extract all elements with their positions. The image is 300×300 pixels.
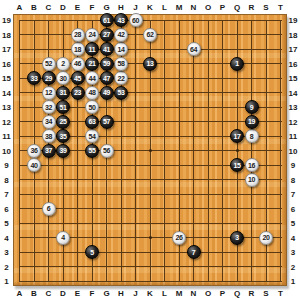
stone-white-h15: 22	[114, 71, 128, 85]
stone-black-g18: 27	[100, 28, 114, 42]
coord-label-left-6: 6	[4, 204, 8, 213]
stone-white-e17: 18	[71, 42, 85, 56]
grid-line-h-17	[20, 49, 282, 50]
stone-black-f3: 5	[85, 245, 99, 259]
coord-label-bottom-C: C	[46, 289, 52, 298]
coord-label-right-15: 15	[289, 74, 298, 83]
grid-line-h-1	[20, 281, 282, 282]
stone-black-f10: 55	[85, 144, 99, 158]
stone-black-g19: 61	[100, 13, 114, 27]
coord-label-top-C: C	[46, 2, 52, 11]
grid-line-v-A	[19, 20, 20, 282]
coord-label-right-17: 17	[289, 45, 298, 54]
stone-white-c13: 32	[42, 100, 56, 114]
stone-black-f17: 11	[85, 42, 99, 56]
coord-label-top-T: T	[278, 2, 283, 11]
stone-black-h19: 43	[114, 13, 128, 27]
go-board[interactable]: 1234567891011121314151617181920212223242…	[13, 14, 287, 286]
coord-label-bottom-T: T	[278, 289, 283, 298]
stone-white-k18: 62	[143, 28, 157, 42]
stone-white-s4: 20	[259, 231, 273, 245]
coord-label-left-12: 12	[2, 117, 11, 126]
coord-label-left-17: 17	[2, 45, 11, 54]
stone-black-q4: 3	[230, 231, 244, 245]
stone-black-e15: 45	[71, 71, 85, 85]
stone-black-g17: 41	[100, 42, 114, 56]
coord-label-top-P: P	[220, 2, 225, 11]
coord-label-bottom-Q: Q	[234, 289, 240, 298]
coord-label-bottom-A: A	[17, 289, 23, 298]
stone-white-c16: 52	[42, 57, 56, 71]
grid-line-h-5	[20, 223, 282, 224]
grid-line-h-19	[20, 20, 282, 21]
coord-label-left-3: 3	[4, 248, 8, 257]
coord-label-bottom-O: O	[205, 289, 211, 298]
coord-label-bottom-R: R	[249, 289, 255, 298]
stone-black-g14: 49	[100, 86, 114, 100]
stone-black-n3: 7	[187, 245, 201, 259]
coord-label-right-14: 14	[289, 88, 298, 97]
stone-white-f13: 50	[85, 100, 99, 114]
stone-black-r12: 19	[245, 115, 259, 129]
stone-black-f12: 63	[85, 115, 99, 129]
stone-white-d16: 2	[56, 57, 70, 71]
stone-black-g15: 47	[100, 71, 114, 85]
star-point-q10	[236, 149, 239, 152]
grid-line-v-T	[280, 20, 281, 282]
grid-line-v-R	[251, 20, 252, 282]
stone-white-f14: 48	[85, 86, 99, 100]
grid-line-v-L	[164, 20, 165, 282]
coord-label-top-R: R	[249, 2, 255, 11]
coord-label-top-Q: Q	[234, 2, 240, 11]
stone-white-e18: 28	[71, 28, 85, 42]
grid-line-h-6	[20, 208, 282, 209]
coord-label-left-15: 15	[2, 74, 11, 83]
coord-label-left-10: 10	[2, 146, 11, 155]
coord-label-left-5: 5	[4, 219, 8, 228]
coord-label-top-D: D	[60, 2, 66, 11]
coord-label-left-2: 2	[4, 262, 8, 271]
star-point-k4	[149, 236, 152, 239]
coord-label-left-7: 7	[4, 190, 8, 199]
coord-label-bottom-N: N	[191, 289, 197, 298]
stone-black-d14: 31	[56, 86, 70, 100]
stone-white-b10: 36	[27, 144, 41, 158]
coord-label-left-14: 14	[2, 88, 11, 97]
grid-line-v-J	[135, 20, 136, 282]
stone-white-b9: 40	[27, 158, 41, 172]
stone-black-d11: 35	[56, 129, 70, 143]
coord-label-right-12: 12	[289, 117, 298, 126]
grid-line-h-8	[20, 179, 282, 180]
coord-label-right-8: 8	[291, 175, 295, 184]
coord-label-top-F: F	[90, 2, 95, 11]
coord-label-right-19: 19	[289, 16, 298, 25]
stone-white-f15: 44	[85, 71, 99, 85]
coord-label-bottom-P: P	[220, 289, 225, 298]
stone-white-r8: 10	[245, 173, 259, 187]
coord-label-top-O: O	[205, 2, 211, 11]
coord-label-bottom-E: E	[75, 289, 80, 298]
go-diagram: 1234567891011121314151617181920212223242…	[0, 0, 300, 300]
stone-black-e14: 23	[71, 86, 85, 100]
coord-label-left-13: 13	[2, 103, 11, 112]
stone-white-h17: 14	[114, 42, 128, 56]
coord-label-bottom-F: F	[90, 289, 95, 298]
stone-white-g10: 56	[100, 144, 114, 158]
coord-label-right-6: 6	[291, 204, 295, 213]
grid-line-h-7	[20, 194, 282, 195]
coord-label-top-H: H	[118, 2, 124, 11]
stone-white-c14: 12	[42, 86, 56, 100]
stone-black-q11: 17	[230, 129, 244, 143]
stone-white-m4: 26	[172, 231, 186, 245]
coord-label-right-5: 5	[291, 219, 295, 228]
coord-label-right-1: 1	[291, 277, 295, 286]
stone-black-q9: 15	[230, 158, 244, 172]
stone-black-c10: 37	[42, 144, 56, 158]
stone-black-d10: 39	[56, 144, 70, 158]
coord-label-left-8: 8	[4, 175, 8, 184]
coord-label-right-9: 9	[291, 161, 295, 170]
stone-black-g16: 59	[100, 57, 114, 71]
coord-label-top-A: A	[17, 2, 23, 11]
stone-white-n17: 64	[187, 42, 201, 56]
coord-label-bottom-J: J	[133, 289, 137, 298]
stone-black-f16: 21	[85, 57, 99, 71]
grid-line-v-O	[208, 20, 209, 282]
coord-label-top-B: B	[31, 2, 37, 11]
coord-label-right-2: 2	[291, 262, 295, 271]
stone-white-f11: 54	[85, 129, 99, 143]
stone-white-r11: 8	[245, 129, 259, 143]
coord-label-left-18: 18	[2, 30, 11, 39]
stone-black-k16: 13	[143, 57, 157, 71]
coord-label-top-S: S	[263, 2, 268, 11]
star-point-k10	[149, 149, 152, 152]
stone-white-e16: 46	[71, 57, 85, 71]
stone-white-r9: 16	[245, 158, 259, 172]
coord-label-right-4: 4	[291, 233, 295, 242]
stone-black-h14: 53	[114, 86, 128, 100]
stone-black-c15: 29	[42, 71, 56, 85]
stone-black-d12: 25	[56, 115, 70, 129]
stone-black-r13: 9	[245, 100, 259, 114]
coord-label-top-G: G	[103, 2, 109, 11]
coord-label-bottom-D: D	[60, 289, 66, 298]
stone-white-c12: 34	[42, 115, 56, 129]
stone-black-q16: 1	[230, 57, 244, 71]
stone-white-d4: 4	[56, 231, 70, 245]
stone-black-g12: 57	[100, 115, 114, 129]
stone-black-b15: 33	[27, 71, 41, 85]
stone-white-j19: 60	[129, 13, 143, 27]
coord-label-left-1: 1	[4, 277, 8, 286]
coord-label-left-9: 9	[4, 161, 8, 170]
stone-black-d13: 51	[56, 100, 70, 114]
stone-white-h18: 42	[114, 28, 128, 42]
coord-label-top-K: K	[147, 2, 153, 11]
coord-label-bottom-M: M	[176, 289, 183, 298]
coord-label-top-M: M	[176, 2, 183, 11]
grid-line-v-P	[222, 20, 223, 282]
coord-label-right-10: 10	[289, 146, 298, 155]
coord-label-right-18: 18	[289, 30, 298, 39]
coord-label-bottom-G: G	[103, 289, 109, 298]
grid-line-h-2	[20, 266, 282, 267]
coord-label-top-J: J	[133, 2, 137, 11]
stone-white-c6: 6	[42, 202, 56, 216]
grid-line-h-3	[20, 252, 282, 253]
coord-label-left-4: 4	[4, 233, 8, 242]
coord-label-right-3: 3	[291, 248, 295, 257]
stone-white-d15: 30	[56, 71, 70, 85]
coord-label-bottom-S: S	[263, 289, 268, 298]
coord-label-right-11: 11	[289, 132, 297, 141]
grid-line-v-N	[193, 20, 194, 282]
coord-label-left-19: 19	[2, 16, 11, 25]
stone-white-f18: 24	[85, 28, 99, 42]
coord-label-bottom-B: B	[31, 289, 37, 298]
coord-label-bottom-L: L	[162, 289, 167, 298]
stone-white-c11: 38	[42, 129, 56, 143]
coord-label-bottom-H: H	[118, 289, 124, 298]
coord-label-right-13: 13	[289, 103, 298, 112]
coord-label-top-N: N	[191, 2, 197, 11]
coord-label-left-16: 16	[2, 59, 11, 68]
coord-label-right-16: 16	[289, 59, 298, 68]
coord-label-left-11: 11	[2, 132, 10, 141]
stone-white-h16: 58	[114, 57, 128, 71]
coord-label-top-L: L	[162, 2, 167, 11]
coord-label-right-7: 7	[291, 190, 295, 199]
coord-label-top-E: E	[75, 2, 80, 11]
coord-label-bottom-K: K	[147, 289, 153, 298]
